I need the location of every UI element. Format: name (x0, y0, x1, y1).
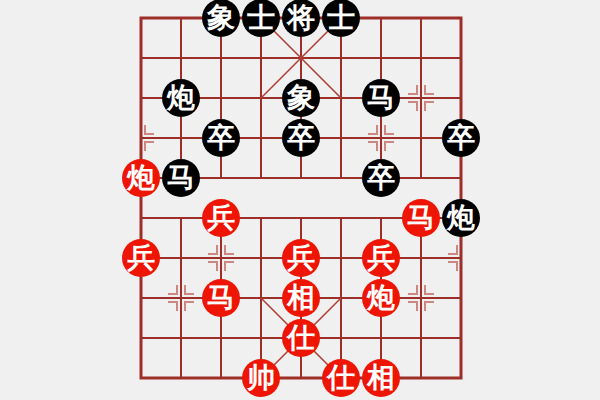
piece-red-horse[interactable]: 马 (402, 199, 440, 237)
piece-red-general[interactable]: 帅 (242, 359, 280, 397)
piece-black-advisor[interactable]: 士 (322, 0, 360, 37)
app-background: { "game": "xiangqi", "position": { "fen"… (0, 0, 600, 400)
piece-red-elephant[interactable]: 相 (362, 359, 400, 397)
piece-black-soldier[interactable]: 卒 (202, 119, 240, 157)
piece-red-cannon[interactable]: 炮 (362, 279, 400, 317)
piece-red-cannon[interactable]: 炮 (122, 159, 160, 197)
piece-black-horse[interactable]: 马 (362, 79, 400, 117)
piece-red-horse[interactable]: 马 (202, 279, 240, 317)
piece-red-elephant[interactable]: 相 (282, 279, 320, 317)
piece-red-soldier[interactable]: 兵 (122, 239, 160, 277)
piece-red-soldier[interactable]: 兵 (362, 239, 400, 277)
piece-black-general[interactable]: 将 (282, 0, 320, 37)
piece-red-advisor[interactable]: 仕 (282, 319, 320, 357)
xiangqi-board[interactable]: 象士将士炮象马卒卒卒马卒炮炮兵马兵兵兵马相炮仕帅仕相 (141, 18, 461, 378)
piece-red-soldier[interactable]: 兵 (202, 199, 240, 237)
piece-black-cannon[interactable]: 炮 (442, 199, 480, 237)
piece-black-soldier[interactable]: 卒 (282, 119, 320, 157)
piece-black-elephant[interactable]: 象 (282, 79, 320, 117)
piece-black-horse[interactable]: 马 (162, 159, 200, 197)
piece-black-soldier[interactable]: 卒 (442, 119, 480, 157)
piece-black-soldier[interactable]: 卒 (362, 159, 400, 197)
piece-black-advisor[interactable]: 士 (242, 0, 280, 37)
piece-red-advisor[interactable]: 仕 (322, 359, 360, 397)
piece-black-elephant[interactable]: 象 (202, 0, 240, 37)
piece-red-soldier[interactable]: 兵 (282, 239, 320, 277)
piece-black-cannon[interactable]: 炮 (162, 79, 200, 117)
